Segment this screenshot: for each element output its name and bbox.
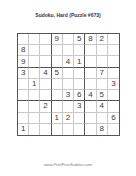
page-title: Sudoku, Hard (Puzzle #673) — [0, 12, 136, 18]
sudoku-cell-r8c1 — [18, 113, 29, 124]
sudoku-cell-r6c1 — [18, 90, 29, 101]
sudoku-cell-r1c4: 9 — [52, 34, 63, 45]
sudoku-cell-r6c9 — [108, 90, 119, 101]
sudoku-cell-r3c9 — [108, 56, 119, 67]
sudoku-cell-r3c5: 4 — [63, 56, 74, 67]
sudoku-cell-r5c6 — [74, 79, 85, 90]
sudoku-cell-r6c8: 5 — [97, 90, 108, 101]
sudoku-cell-r4c3: 4 — [40, 68, 51, 79]
sudoku-cell-r6c7: 4 — [85, 90, 96, 101]
sudoku-cell-r8c9: 6 — [108, 113, 119, 124]
sudoku-cell-r7c2 — [29, 101, 40, 112]
sudoku-cell-r3c7 — [85, 56, 96, 67]
sudoku-cell-r6c5: 3 — [63, 90, 74, 101]
sudoku-cell-r4c7 — [85, 68, 96, 79]
footer-url: www.PrintFreeSudoku.com — [0, 162, 136, 167]
sudoku-cell-r7c9 — [108, 101, 119, 112]
sudoku-cell-r5c9: 3 — [108, 79, 119, 90]
sudoku-cell-r7c4 — [52, 101, 63, 112]
sudoku-cell-r8c6 — [74, 113, 85, 124]
sudoku-cell-r2c2 — [29, 45, 40, 56]
sudoku-cell-r4c5 — [63, 68, 74, 79]
sudoku-cell-r4c1: 3 — [18, 68, 29, 79]
sudoku-cell-r5c3 — [40, 79, 51, 90]
sudoku-cell-r3c6: 1 — [74, 56, 85, 67]
sudoku-cell-r2c8 — [97, 45, 108, 56]
sudoku-cell-r5c8 — [97, 79, 108, 90]
sudoku-cell-r2c7 — [85, 45, 96, 56]
sudoku-cell-r5c4 — [52, 79, 63, 90]
sudoku-board: 95828941345713364523412618 — [17, 33, 120, 136]
sudoku-cell-r2c9 — [108, 45, 119, 56]
sudoku-cell-r5c1 — [18, 79, 29, 90]
sudoku-cell-r7c6: 3 — [74, 101, 85, 112]
sudoku-cell-r4c8: 7 — [97, 68, 108, 79]
sudoku-cell-r3c3 — [40, 56, 51, 67]
sudoku-cell-r9c1: 1 — [18, 124, 29, 135]
sudoku-cell-r1c3 — [40, 34, 51, 45]
sudoku-cell-r4c9 — [108, 68, 119, 79]
sudoku-cell-r3c1: 9 — [18, 56, 29, 67]
sudoku-cell-r3c2 — [29, 56, 40, 67]
sudoku-cell-r8c2 — [29, 113, 40, 124]
sudoku-cell-r9c6 — [74, 124, 85, 135]
sudoku-cell-r9c8: 8 — [97, 124, 108, 135]
sudoku-cell-r6c4 — [52, 90, 63, 101]
sudoku-cell-r6c2 — [29, 90, 40, 101]
sudoku-cell-r1c8: 2 — [97, 34, 108, 45]
sudoku-cell-r1c1 — [18, 34, 29, 45]
sudoku-cell-r7c3: 2 — [40, 101, 51, 112]
sudoku-cell-r2c4 — [52, 45, 63, 56]
sudoku-cell-r9c9 — [108, 124, 119, 135]
sudoku-cell-r1c2 — [29, 34, 40, 45]
sudoku-cell-r9c3 — [40, 124, 51, 135]
sudoku-cell-r5c5 — [63, 79, 74, 90]
sudoku-cell-r8c3 — [40, 113, 51, 124]
sudoku-cell-r8c4: 1 — [52, 113, 63, 124]
sudoku-cell-r7c8: 4 — [97, 101, 108, 112]
sudoku-cell-r1c5 — [63, 34, 74, 45]
sudoku-cell-r7c5 — [63, 101, 74, 112]
sudoku-cell-r5c2: 1 — [29, 79, 40, 90]
sudoku-cell-r4c2 — [29, 68, 40, 79]
sudoku-cell-r7c7 — [85, 101, 96, 112]
sudoku-cell-r5c7 — [85, 79, 96, 90]
sudoku-cell-r8c5: 2 — [63, 113, 74, 124]
sudoku-cell-r9c7 — [85, 124, 96, 135]
sudoku-cell-r6c6: 6 — [74, 90, 85, 101]
sudoku-cell-r4c6 — [74, 68, 85, 79]
sudoku-cell-r7c1 — [18, 101, 29, 112]
sudoku-cell-r9c4 — [52, 124, 63, 135]
sudoku-cell-r9c5 — [63, 124, 74, 135]
sudoku-cell-r9c2 — [29, 124, 40, 135]
sudoku-cell-r3c8 — [97, 56, 108, 67]
sudoku-cell-r2c3 — [40, 45, 51, 56]
sudoku-cell-r3c4 — [52, 56, 63, 67]
sudoku-cell-r8c8 — [97, 113, 108, 124]
sudoku-cell-r2c1: 8 — [18, 45, 29, 56]
sudoku-cell-r8c7 — [85, 113, 96, 124]
sudoku-cell-r1c7: 8 — [85, 34, 96, 45]
sudoku-cell-r2c5 — [63, 45, 74, 56]
sudoku-cell-r1c9 — [108, 34, 119, 45]
sudoku-cell-r6c3 — [40, 90, 51, 101]
sudoku-cell-r2c6 — [74, 45, 85, 56]
sudoku-cell-r4c4: 5 — [52, 68, 63, 79]
sudoku-grid: 95828941345713364523412618 — [18, 34, 119, 135]
sudoku-cell-r1c6: 5 — [74, 34, 85, 45]
